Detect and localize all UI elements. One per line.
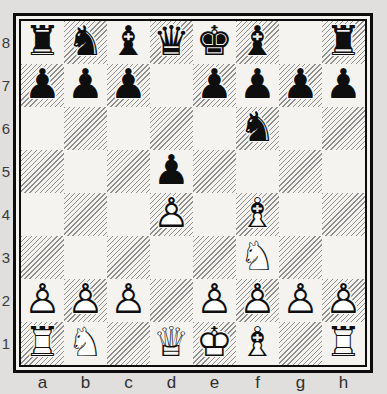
black-bishop-f8: ♝ [236, 20, 279, 63]
white-rook-a1: ♖ [21, 321, 64, 364]
square-c6 [107, 107, 150, 150]
black-pawn-h7: ♟ [322, 63, 365, 106]
square-a5 [21, 150, 64, 193]
white-rook-fill-a1: ♜ [21, 321, 64, 364]
white-bishop-f4: ♗ [236, 192, 279, 235]
square-b7: ♟ [64, 64, 107, 107]
square-b6 [64, 107, 107, 150]
white-rook-fill-h1: ♜ [322, 321, 365, 364]
white-king-fill-e1: ♚ [193, 321, 236, 364]
square-d4: ♟♙ [150, 193, 193, 236]
square-b8: ♞ [64, 21, 107, 64]
square-h6 [322, 107, 365, 150]
square-h8: ♜ [322, 21, 365, 64]
square-b1: ♞♘ [64, 322, 107, 365]
square-e2: ♟♙ [193, 279, 236, 322]
black-rook-h8: ♜ [322, 20, 365, 63]
square-d7 [150, 64, 193, 107]
white-pawn-fill-h2: ♟ [322, 278, 365, 321]
square-c3 [107, 236, 150, 279]
white-bishop-fill-f4: ♝ [236, 192, 279, 235]
black-knight-b8: ♞ [64, 20, 107, 63]
white-queen-fill-d1: ♛ [150, 321, 193, 364]
rank-label-4: 4 [0, 193, 12, 236]
square-d6 [150, 107, 193, 150]
square-d3 [150, 236, 193, 279]
square-f1: ♝♗ [236, 322, 279, 365]
file-label-h: h [322, 373, 365, 393]
board-inner-border: ♜♞♝♛♚♝♜♟♟♟♟♟♟♟♞♟♟♙♝♗♞♘♟♙♟♙♟♙♟♙♟♙♟♙♟♙♜♖♞♘… [19, 19, 367, 367]
square-d8: ♛ [150, 21, 193, 64]
white-knight-fill-b1: ♞ [64, 321, 107, 364]
white-pawn-fill-f2: ♟ [236, 278, 279, 321]
square-c7: ♟ [107, 64, 150, 107]
white-pawn-fill-e2: ♟ [193, 278, 236, 321]
black-pawn-g7: ♟ [279, 63, 322, 106]
file-label-g: g [279, 373, 322, 393]
square-d1: ♛♕ [150, 322, 193, 365]
black-pawn-c7: ♟ [107, 63, 150, 106]
square-a6 [21, 107, 64, 150]
square-a2: ♟♙ [21, 279, 64, 322]
chess-board: ♜♞♝♛♚♝♜♟♟♟♟♟♟♟♞♟♟♙♝♗♞♘♟♙♟♙♟♙♟♙♟♙♟♙♟♙♜♖♞♘… [21, 21, 365, 365]
square-h3 [322, 236, 365, 279]
square-f8: ♝ [236, 21, 279, 64]
rank-label-7: 7 [0, 64, 12, 107]
square-h2: ♟♙ [322, 279, 365, 322]
square-c5 [107, 150, 150, 193]
square-g7: ♟ [279, 64, 322, 107]
black-queen-d8: ♛ [150, 20, 193, 63]
square-c1 [107, 322, 150, 365]
square-e3 [193, 236, 236, 279]
square-c4 [107, 193, 150, 236]
square-g8 [279, 21, 322, 64]
white-pawn-e2: ♙ [193, 278, 236, 321]
square-b3 [64, 236, 107, 279]
black-knight-f6: ♞ [236, 106, 279, 149]
white-knight-fill-f3: ♞ [236, 235, 279, 278]
white-pawn-g2: ♙ [279, 278, 322, 321]
square-f5 [236, 150, 279, 193]
white-king-e1: ♔ [193, 321, 236, 364]
black-pawn-f7: ♟ [236, 63, 279, 106]
white-bishop-f1: ♗ [236, 321, 279, 364]
square-e6 [193, 107, 236, 150]
square-e5 [193, 150, 236, 193]
white-pawn-h2: ♙ [322, 278, 365, 321]
white-pawn-c2: ♙ [107, 278, 150, 321]
rank-label-8: 8 [0, 21, 12, 64]
square-g2: ♟♙ [279, 279, 322, 322]
rank-label-5: 5 [0, 150, 12, 193]
square-h7: ♟ [322, 64, 365, 107]
white-pawn-d4: ♙ [150, 192, 193, 235]
white-pawn-fill-g2: ♟ [279, 278, 322, 321]
square-f4: ♝♗ [236, 193, 279, 236]
square-f2: ♟♙ [236, 279, 279, 322]
white-knight-b1: ♘ [64, 321, 107, 364]
white-pawn-fill-c2: ♟ [107, 278, 150, 321]
square-g4 [279, 193, 322, 236]
square-a3 [21, 236, 64, 279]
black-rook-a8: ♜ [21, 20, 64, 63]
rank-label-2: 2 [0, 279, 12, 322]
white-pawn-b2: ♙ [64, 278, 107, 321]
white-pawn-f2: ♙ [236, 278, 279, 321]
rank-label-1: 1 [0, 322, 12, 365]
square-a4 [21, 193, 64, 236]
square-g6 [279, 107, 322, 150]
square-g5 [279, 150, 322, 193]
square-e7: ♟ [193, 64, 236, 107]
square-a8: ♜ [21, 21, 64, 64]
square-e1: ♚♔ [193, 322, 236, 365]
square-b5 [64, 150, 107, 193]
square-h1: ♜♖ [322, 322, 365, 365]
file-label-e: e [193, 373, 236, 393]
white-queen-d1: ♕ [150, 321, 193, 364]
square-e8: ♚ [193, 21, 236, 64]
square-b2: ♟♙ [64, 279, 107, 322]
square-g1 [279, 322, 322, 365]
file-label-a: a [21, 373, 64, 393]
square-h4 [322, 193, 365, 236]
white-pawn-fill-d4: ♟ [150, 192, 193, 235]
black-pawn-e7: ♟ [193, 63, 236, 106]
white-rook-h1: ♖ [322, 321, 365, 364]
black-king-e8: ♚ [193, 20, 236, 63]
square-f6: ♞ [236, 107, 279, 150]
square-b4 [64, 193, 107, 236]
file-label-d: d [150, 373, 193, 393]
white-bishop-fill-f1: ♝ [236, 321, 279, 364]
rank-label-3: 3 [0, 236, 12, 279]
board-frame: ♜♞♝♛♚♝♜♟♟♟♟♟♟♟♞♟♟♙♝♗♞♘♟♙♟♙♟♙♟♙♟♙♟♙♟♙♜♖♞♘… [13, 13, 373, 373]
square-e4 [193, 193, 236, 236]
square-g3 [279, 236, 322, 279]
black-pawn-a7: ♟ [21, 63, 64, 106]
white-pawn-fill-a2: ♟ [21, 278, 64, 321]
square-f7: ♟ [236, 64, 279, 107]
square-h5 [322, 150, 365, 193]
file-label-c: c [107, 373, 150, 393]
square-c2: ♟♙ [107, 279, 150, 322]
black-pawn-d5: ♟ [150, 149, 193, 192]
square-c8: ♝ [107, 21, 150, 64]
chess-diagram: ♜♞♝♛♚♝♜♟♟♟♟♟♟♟♞♟♟♙♝♗♞♘♟♙♟♙♟♙♟♙♟♙♟♙♟♙♜♖♞♘… [0, 0, 387, 394]
white-knight-f3: ♘ [236, 235, 279, 278]
rank-label-6: 6 [0, 107, 12, 150]
square-d2 [150, 279, 193, 322]
white-pawn-fill-b2: ♟ [64, 278, 107, 321]
black-bishop-c8: ♝ [107, 20, 150, 63]
black-pawn-b7: ♟ [64, 63, 107, 106]
square-a1: ♜♖ [21, 322, 64, 365]
file-label-f: f [236, 373, 279, 393]
square-a7: ♟ [21, 64, 64, 107]
square-f3: ♞♘ [236, 236, 279, 279]
square-d5: ♟ [150, 150, 193, 193]
white-pawn-a2: ♙ [21, 278, 64, 321]
file-label-b: b [64, 373, 107, 393]
